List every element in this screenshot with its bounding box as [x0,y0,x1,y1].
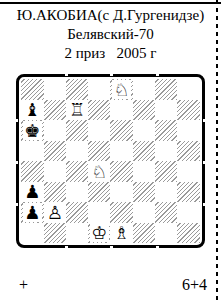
square-f8 [133,79,155,100]
square-e3 [110,182,132,203]
square-g2 [155,202,177,223]
right-dashed-rule [216,0,218,302]
black-king: ♚ [23,121,42,140]
square-a3: ♟ [21,182,43,203]
border-seam [14,119,18,122]
top-border-rule [0,2,221,4]
square-c7: ♖ [66,100,88,121]
study-card: Ю.АКОБИА(с Д.Гургенидзе) Белявский-70 2 … [0,0,221,302]
diagram-footer: + 6+4 [0,276,221,294]
square-a1 [21,223,43,244]
black-bishop: ♝ [23,100,42,119]
chess-board-frame: ♘♝♖♚♘♟♟♙♔♗ [16,74,204,248]
square-e8: ♘ [110,79,132,100]
square-h4 [177,161,199,182]
border-seam [110,72,113,76]
square-a7: ♝ [21,100,43,121]
square-g8 [155,79,177,100]
square-d6 [88,120,110,141]
square-a4 [21,161,43,182]
square-b4 [44,161,66,182]
square-c3 [66,182,88,203]
white-knight: ♘ [112,80,131,99]
square-h8 [177,79,199,100]
square-b6 [44,120,66,141]
square-f5 [133,141,155,162]
square-c2 [66,202,88,223]
square-c1 [66,223,88,244]
white-pawn: ♙ [45,203,64,222]
square-e1: ♗ [110,223,132,244]
square-c4 [66,161,88,182]
square-f1 [133,223,155,244]
square-e7 [110,100,132,121]
square-f3 [133,182,155,203]
square-h7 [177,100,199,121]
square-f2 [133,202,155,223]
square-g1 [155,223,177,244]
square-d8 [88,79,110,100]
square-e5 [110,141,132,162]
author-line: Ю.АКОБИА(с Д.Гургенидзе) [0,6,221,25]
square-h1 [177,223,199,244]
chess-board: ♘♝♖♚♘♟♟♙♔♗ [21,79,199,243]
black-pawn: ♟ [23,182,42,201]
square-b1 [44,223,66,244]
square-a2: ♟ [21,202,43,223]
tourney-line: Белявский-70 [0,25,221,44]
square-g6 [155,120,177,141]
square-h5 [177,141,199,162]
border-seam [65,72,68,76]
square-d2 [88,202,110,223]
border-seam [14,203,18,206]
white-king: ♔ [90,223,109,242]
square-d3 [88,182,110,203]
square-h6 [177,120,199,141]
border-seam [203,161,207,164]
square-a8 [21,79,43,100]
square-b8 [44,79,66,100]
square-b2: ♙ [44,202,66,223]
award-line: 2 приз 2005 г [0,44,221,63]
border-seam [203,203,207,206]
square-f7 [133,100,155,121]
white-rook: ♖ [68,100,87,119]
square-c6 [66,120,88,141]
square-a5 [21,141,43,162]
square-b7 [44,100,66,121]
border-seam [14,161,18,164]
square-e2 [110,202,132,223]
square-c8 [66,79,88,100]
border-seam [156,72,159,76]
square-f4 [133,161,155,182]
square-b5 [44,141,66,162]
diagram-header: Ю.АКОБИА(с Д.Гургенидзе) Белявский-70 2 … [0,6,221,63]
white-knight: ♘ [90,162,109,181]
square-f6 [133,120,155,141]
square-g3 [155,182,177,203]
square-e6 [110,120,132,141]
border-seam [110,246,113,250]
stipulation-label: + [19,276,28,294]
square-h3 [177,182,199,203]
square-d4: ♘ [88,161,110,182]
square-g4 [155,161,177,182]
square-h2 [177,202,199,223]
square-g5 [155,141,177,162]
square-e4 [110,161,132,182]
material-count-label: 6+4 [182,276,207,294]
black-pawn: ♟ [23,203,42,222]
square-d7 [88,100,110,121]
square-g7 [155,100,177,121]
white-bishop: ♗ [112,223,131,242]
square-d5 [88,141,110,162]
border-seam [203,119,207,122]
square-c5 [66,141,88,162]
square-b3 [44,182,66,203]
square-d1: ♔ [88,223,110,244]
border-seam [65,246,68,250]
square-a6: ♚ [21,120,43,141]
border-seam [156,246,159,250]
